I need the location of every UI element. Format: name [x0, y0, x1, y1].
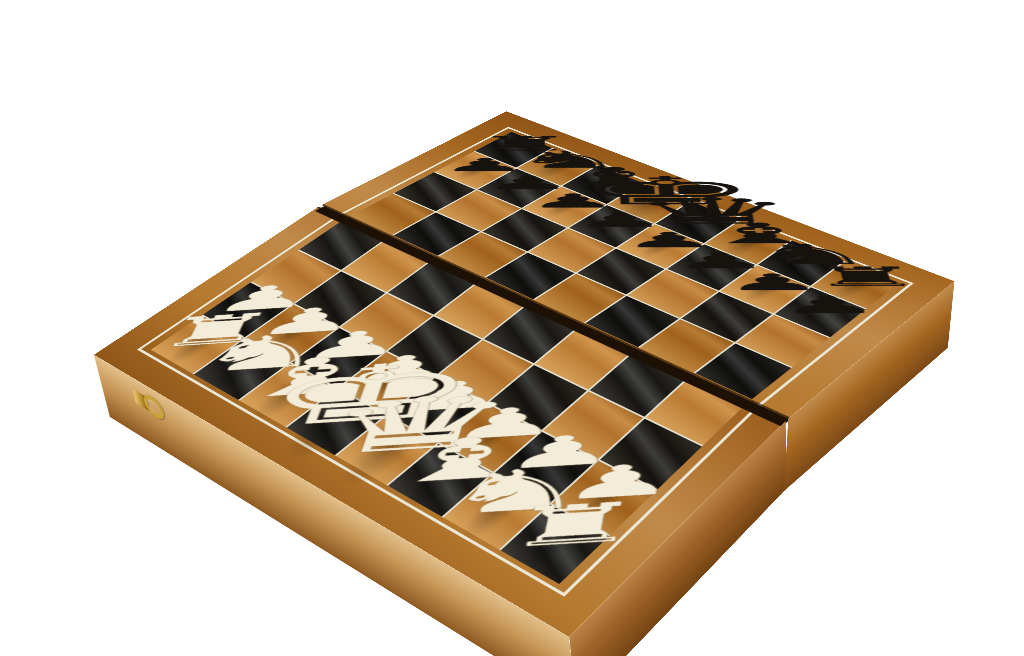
square-a1: ♜ [500, 505, 608, 584]
square-b2: ♟ [494, 432, 596, 503]
square-c3 [489, 365, 586, 429]
square-c1: ♝ [388, 444, 491, 516]
chess-board: ♜♟♞♟♝♟♚♟♛♟♝♟♞♟♜♟ ♟♜♟♞♟♝♟♚♟♛♟♝♟♞♟♜ [88, 111, 954, 601]
square-a5 [695, 344, 791, 399]
box-front-face-left [569, 421, 787, 656]
photo-scene: ♜♟♞♟♝♟♚♟♛♟♝♟♞♟♜♟ ♟♜♟♞♟♝♟♚♟♛♟♝♟♞♟♜ [0, 0, 1024, 656]
square-a7: ♟ [775, 287, 865, 337]
black-pawn-icon: ♟ [677, 293, 984, 317]
square-a3 [600, 419, 702, 489]
square-c5 [586, 296, 678, 347]
square-d1: ♛ [336, 416, 437, 485]
white-bishop-icon: ♝ [286, 421, 635, 499]
white-pawn-icon: ♟ [336, 393, 672, 453]
square-a2: ♟ [552, 461, 657, 535]
square-b1: ♞ [443, 474, 548, 549]
white-queen-icon: ♛ [240, 378, 587, 470]
square-b5 [639, 319, 733, 372]
white-knight-icon: ♞ [337, 452, 693, 529]
square-c2: ♟ [440, 404, 540, 472]
square-b3 [543, 392, 643, 459]
square-a6 [736, 315, 829, 368]
white-pawn-icon: ♟ [388, 421, 731, 483]
